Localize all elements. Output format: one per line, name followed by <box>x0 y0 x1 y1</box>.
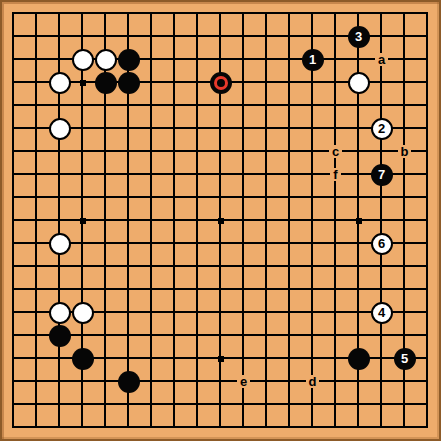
point-label-c: c <box>329 145 342 158</box>
black-stone <box>95 72 117 94</box>
black-stone <box>348 348 370 370</box>
point-label-b: b <box>398 145 412 158</box>
white-stone-6: 6 <box>371 233 393 255</box>
star-point <box>218 356 224 362</box>
white-stone <box>348 72 370 94</box>
star-point <box>218 218 224 224</box>
white-stone <box>49 233 71 255</box>
white-stone <box>72 49 94 71</box>
black-stone-5: 5 <box>394 348 416 370</box>
point-label-e: e <box>237 375 250 388</box>
white-stone <box>49 72 71 94</box>
black-stone-1: 1 <box>302 49 324 71</box>
board-grid: 3127645abcfde <box>2 2 439 439</box>
white-stone <box>49 118 71 140</box>
point-label-a: a <box>375 53 388 66</box>
white-stone <box>72 302 94 324</box>
black-stone-3: 3 <box>348 26 370 48</box>
white-stone-2: 2 <box>371 118 393 140</box>
black-stone <box>49 325 71 347</box>
point-label-d: d <box>306 375 320 388</box>
black-stone-7: 7 <box>371 164 393 186</box>
point-label-f: f <box>330 168 340 181</box>
black-stone <box>118 49 140 71</box>
star-point <box>80 218 86 224</box>
go-board: 3127645abcfde <box>0 0 441 441</box>
white-stone-4: 4 <box>371 302 393 324</box>
star-point <box>80 80 86 86</box>
circle-marker-icon <box>214 76 228 90</box>
star-point <box>356 218 362 224</box>
black-stone <box>118 371 140 393</box>
white-stone <box>49 302 71 324</box>
black-stone-marked <box>210 72 232 94</box>
black-stone <box>118 72 140 94</box>
white-stone <box>95 49 117 71</box>
black-stone <box>72 348 94 370</box>
